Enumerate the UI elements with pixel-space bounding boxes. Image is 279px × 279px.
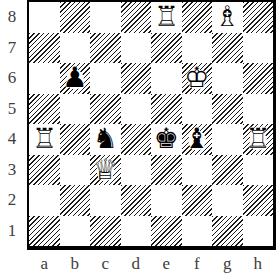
- file-label-e: e: [151, 252, 182, 276]
- square-f8[interactable]: [182, 2, 213, 33]
- square-c4[interactable]: ♞: [90, 124, 121, 155]
- square-e3[interactable]: [151, 155, 182, 186]
- square-b4[interactable]: [60, 124, 91, 155]
- square-e5[interactable]: [151, 94, 182, 125]
- piece-white-rook: ♖: [32, 124, 57, 155]
- square-f7[interactable]: [182, 33, 213, 64]
- square-e1[interactable]: [151, 216, 182, 247]
- square-e4[interactable]: ♚: [151, 124, 182, 155]
- square-g2[interactable]: [212, 185, 243, 216]
- square-c1[interactable]: [90, 216, 121, 247]
- piece-white-rook: ♖: [154, 2, 179, 33]
- square-d2[interactable]: [121, 185, 152, 216]
- piece-white-rook: ♖: [245, 124, 270, 155]
- rank-labels: 87654321: [0, 2, 24, 246]
- rank-label-6: 6: [0, 63, 24, 94]
- rank-label-3: 3: [0, 155, 24, 186]
- square-c2[interactable]: [90, 185, 121, 216]
- square-d7[interactable]: [121, 33, 152, 64]
- square-a4[interactable]: ♖: [29, 124, 60, 155]
- square-h1[interactable]: [243, 216, 274, 247]
- file-label-b: b: [60, 252, 91, 276]
- rank-label-2: 2: [0, 185, 24, 216]
- chess-diagram: 87654321 ♖♗♟♔♖♞♚♝♖♕ abcdefgh: [0, 0, 279, 279]
- square-c3[interactable]: ♕: [90, 155, 121, 186]
- square-h5[interactable]: [243, 94, 274, 125]
- piece-white-bishop: ♗: [215, 2, 240, 33]
- piece-black-pawn: ♟: [62, 63, 87, 94]
- square-d6[interactable]: [121, 63, 152, 94]
- square-h2[interactable]: [243, 185, 274, 216]
- square-f5[interactable]: [182, 94, 213, 125]
- square-e8[interactable]: ♖: [151, 2, 182, 33]
- square-h6[interactable]: [243, 63, 274, 94]
- chess-board[interactable]: ♖♗♟♔♖♞♚♝♖♕: [27, 0, 276, 250]
- square-g4[interactable]: [212, 124, 243, 155]
- square-g8[interactable]: ♗: [212, 2, 243, 33]
- square-h8[interactable]: [243, 2, 274, 33]
- square-a6[interactable]: [29, 63, 60, 94]
- square-d1[interactable]: [121, 216, 152, 247]
- square-a7[interactable]: [29, 33, 60, 64]
- square-b1[interactable]: [60, 216, 91, 247]
- rank-label-1: 1: [0, 216, 24, 247]
- square-a8[interactable]: [29, 2, 60, 33]
- file-label-h: h: [243, 252, 274, 276]
- square-b3[interactable]: [60, 155, 91, 186]
- square-c7[interactable]: [90, 33, 121, 64]
- square-e6[interactable]: [151, 63, 182, 94]
- square-f6[interactable]: ♔: [182, 63, 213, 94]
- square-d8[interactable]: [121, 2, 152, 33]
- square-e2[interactable]: [151, 185, 182, 216]
- piece-black-king: ♚: [154, 124, 179, 155]
- square-h4[interactable]: ♖: [243, 124, 274, 155]
- square-d5[interactable]: [121, 94, 152, 125]
- square-f3[interactable]: [182, 155, 213, 186]
- rank-label-7: 7: [0, 33, 24, 64]
- square-e7[interactable]: [151, 33, 182, 64]
- square-g6[interactable]: [212, 63, 243, 94]
- square-b8[interactable]: [60, 2, 91, 33]
- square-f4[interactable]: ♝: [182, 124, 213, 155]
- square-c5[interactable]: [90, 94, 121, 125]
- file-label-f: f: [182, 252, 213, 276]
- file-label-g: g: [212, 252, 243, 276]
- file-labels: abcdefgh: [29, 252, 273, 276]
- square-f1[interactable]: [182, 216, 213, 247]
- square-d4[interactable]: [121, 124, 152, 155]
- square-g5[interactable]: [212, 94, 243, 125]
- file-label-d: d: [121, 252, 152, 276]
- square-g1[interactable]: [212, 216, 243, 247]
- square-b7[interactable]: [60, 33, 91, 64]
- square-a1[interactable]: [29, 216, 60, 247]
- square-a3[interactable]: [29, 155, 60, 186]
- square-c8[interactable]: [90, 2, 121, 33]
- square-f2[interactable]: [182, 185, 213, 216]
- square-b6[interactable]: ♟: [60, 63, 91, 94]
- rank-label-4: 4: [0, 124, 24, 155]
- file-label-c: c: [90, 252, 121, 276]
- piece-white-king: ♔: [184, 63, 209, 94]
- square-a5[interactable]: [29, 94, 60, 125]
- rank-label-5: 5: [0, 94, 24, 125]
- piece-black-knight: ♞: [93, 124, 118, 155]
- square-h7[interactable]: [243, 33, 274, 64]
- square-h3[interactable]: [243, 155, 274, 186]
- piece-black-bishop: ♝: [184, 124, 209, 155]
- square-b5[interactable]: [60, 94, 91, 125]
- rank-label-8: 8: [0, 2, 24, 33]
- square-g7[interactable]: [212, 33, 243, 64]
- square-c6[interactable]: [90, 63, 121, 94]
- square-b2[interactable]: [60, 185, 91, 216]
- square-a2[interactable]: [29, 185, 60, 216]
- square-g3[interactable]: [212, 155, 243, 186]
- piece-white-queen: ♕: [93, 155, 118, 186]
- square-d3[interactable]: [121, 155, 152, 186]
- file-label-a: a: [29, 252, 60, 276]
